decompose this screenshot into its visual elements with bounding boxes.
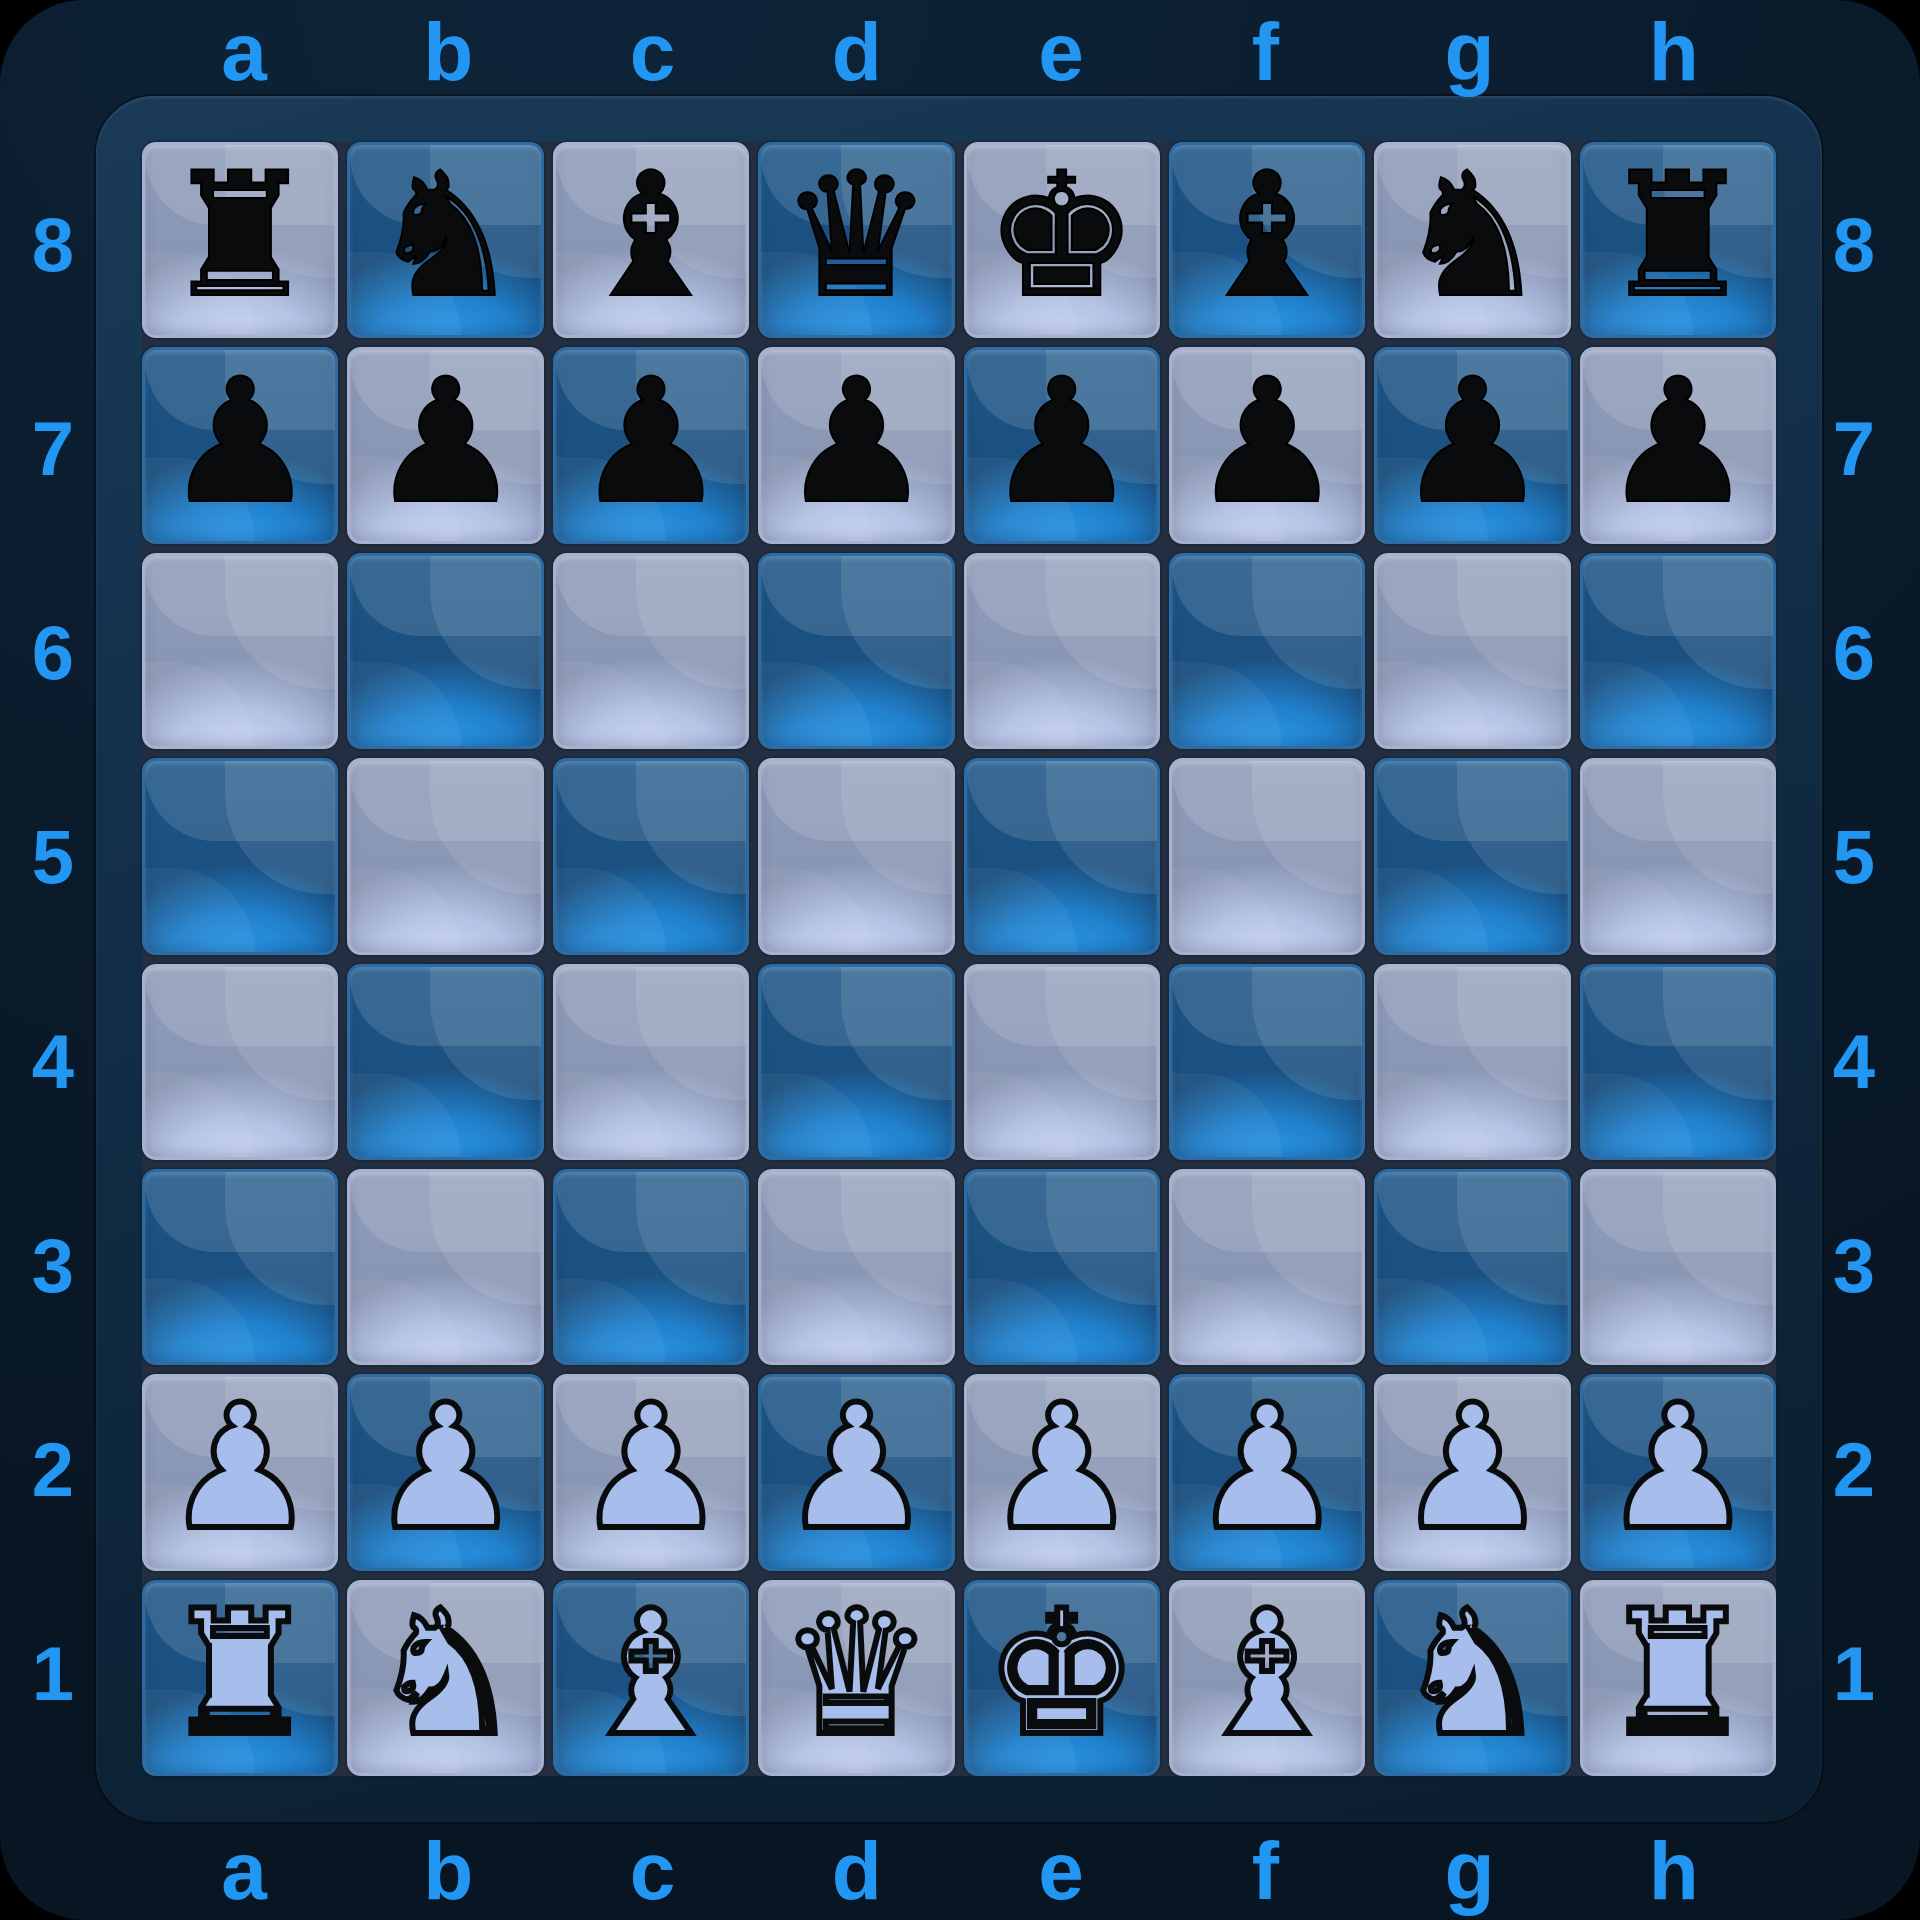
- black-pawn[interactable]: ♟: [985, 356, 1139, 528]
- square-gloss: [761, 761, 951, 841]
- square-h3[interactable]: [1580, 1169, 1776, 1365]
- square-gloss: [761, 1279, 871, 1363]
- square-gloss: [1377, 868, 1487, 952]
- square-d4[interactable]: [758, 964, 954, 1160]
- square-c6[interactable]: [553, 553, 749, 749]
- square-gloss: [1377, 761, 1567, 841]
- square-c8[interactable]: ♝: [553, 142, 749, 338]
- square-g1[interactable]: ♞: [1374, 1580, 1570, 1776]
- square-c5[interactable]: [553, 758, 749, 954]
- square-gloss: [1172, 662, 1282, 746]
- rank-label-5: 5: [1802, 755, 1906, 959]
- square-a1[interactable]: ♜: [142, 1580, 338, 1776]
- white-bishop[interactable]: ♝: [574, 1588, 728, 1760]
- file-label-b: b: [346, 1824, 550, 1918]
- file-label-c: c: [551, 0, 755, 104]
- black-rook[interactable]: ♜: [163, 150, 317, 322]
- square-gloss: [1377, 1073, 1487, 1157]
- square-d3[interactable]: [758, 1169, 954, 1365]
- square-gloss: [761, 967, 951, 1047]
- square-gloss: [636, 556, 746, 689]
- rank-label-5: 5: [0, 755, 106, 959]
- square-gloss: [1583, 556, 1773, 636]
- square-gloss: [841, 967, 951, 1100]
- square-b7[interactable]: ♟: [347, 347, 543, 543]
- square-d8[interactable]: ♛: [758, 142, 954, 338]
- square-b1[interactable]: ♞: [347, 1580, 543, 1776]
- square-g6[interactable]: [1374, 553, 1570, 749]
- square-gloss: [145, 761, 335, 841]
- square-gloss: [1377, 1172, 1567, 1252]
- square-gloss: [967, 1279, 1077, 1363]
- square-gloss: [1172, 1172, 1362, 1252]
- square-gloss: [1583, 967, 1773, 1047]
- square-gloss: [636, 967, 746, 1100]
- black-pawn[interactable]: ♟: [368, 356, 522, 528]
- square-gloss: [967, 761, 1157, 841]
- square-g7[interactable]: ♟: [1374, 347, 1570, 543]
- square-gloss: [1457, 556, 1567, 689]
- square-gloss: [1377, 556, 1567, 636]
- square-gloss: [556, 761, 746, 841]
- black-queen[interactable]: ♛: [779, 150, 933, 322]
- white-rook[interactable]: ♜: [163, 1588, 317, 1760]
- square-gloss: [1377, 1279, 1487, 1363]
- file-label-f: f: [1163, 0, 1367, 104]
- square-e1[interactable]: ♚: [964, 1580, 1160, 1776]
- file-label-h: h: [1572, 0, 1776, 104]
- square-d5[interactable]: [758, 758, 954, 954]
- square-e2[interactable]: ♟: [964, 1374, 1160, 1570]
- square-e7[interactable]: ♟: [964, 347, 1160, 543]
- square-gloss: [1583, 662, 1693, 746]
- white-knight[interactable]: ♞: [1395, 1588, 1549, 1760]
- square-a5[interactable]: [142, 758, 338, 954]
- white-pawn[interactable]: ♟: [1190, 1382, 1344, 1554]
- rank-labels-left: 87654321: [0, 142, 106, 1776]
- square-gloss: [556, 868, 666, 952]
- rank-label-2: 2: [0, 1368, 106, 1572]
- square-d6[interactable]: [758, 553, 954, 749]
- square-gloss: [145, 868, 255, 952]
- square-gloss: [145, 1073, 255, 1157]
- square-h2[interactable]: ♟: [1580, 1374, 1776, 1570]
- square-gloss: [556, 1073, 666, 1157]
- white-pawn[interactable]: ♟: [985, 1382, 1139, 1554]
- square-gloss: [1252, 1172, 1362, 1305]
- square-h1[interactable]: ♜: [1580, 1580, 1776, 1776]
- square-h5[interactable]: [1580, 758, 1776, 954]
- file-label-e: e: [959, 0, 1163, 104]
- square-gloss: [556, 662, 666, 746]
- square-f6[interactable]: [1169, 553, 1365, 749]
- square-gloss: [556, 1279, 666, 1363]
- square-gloss: [841, 1172, 951, 1305]
- square-gloss: [1046, 967, 1156, 1100]
- square-gloss: [1583, 1279, 1693, 1363]
- rank-label-7: 7: [1802, 346, 1906, 550]
- rank-label-3: 3: [0, 1163, 106, 1367]
- square-b8[interactable]: ♞: [347, 142, 543, 338]
- white-pawn[interactable]: ♟: [1395, 1382, 1549, 1554]
- square-gloss: [1663, 556, 1773, 689]
- square-c1[interactable]: ♝: [553, 1580, 749, 1776]
- white-pawn[interactable]: ♟: [574, 1382, 728, 1554]
- square-d7[interactable]: ♟: [758, 347, 954, 543]
- square-g2[interactable]: ♟: [1374, 1374, 1570, 1570]
- white-pawn[interactable]: ♟: [368, 1382, 522, 1554]
- square-gloss: [1583, 761, 1773, 841]
- white-king[interactable]: ♚: [985, 1588, 1139, 1760]
- black-bishop[interactable]: ♝: [1190, 150, 1344, 322]
- square-h7[interactable]: ♟: [1580, 347, 1776, 543]
- square-gloss: [350, 1279, 460, 1363]
- square-gloss: [1663, 761, 1773, 894]
- rank-label-4: 4: [0, 959, 106, 1163]
- black-knight[interactable]: ♞: [1395, 150, 1549, 322]
- square-b2[interactable]: ♟: [347, 1374, 543, 1570]
- square-gloss: [761, 1073, 871, 1157]
- square-gloss: [841, 556, 951, 689]
- square-gloss: [145, 1172, 335, 1252]
- square-gloss: [350, 1172, 540, 1252]
- square-gloss: [1583, 1172, 1773, 1252]
- square-gloss: [1377, 967, 1567, 1047]
- square-gloss: [145, 1279, 255, 1363]
- square-gloss: [1252, 556, 1362, 689]
- black-pawn[interactable]: ♟: [779, 356, 933, 528]
- rank-label-1: 1: [1802, 1572, 1906, 1776]
- square-gloss: [967, 556, 1157, 636]
- square-gloss: [1046, 556, 1156, 689]
- square-h6[interactable]: [1580, 553, 1776, 749]
- square-gloss: [1457, 967, 1567, 1100]
- square-g3[interactable]: [1374, 1169, 1570, 1365]
- chess-app: abcdefgh abcdefgh 87654321 87654321 ♜♞♝♛…: [0, 0, 1920, 1920]
- rank-label-3: 3: [1802, 1163, 1906, 1367]
- square-f4[interactable]: [1169, 964, 1365, 1160]
- black-bishop[interactable]: ♝: [574, 150, 728, 322]
- white-rook[interactable]: ♜: [1601, 1588, 1755, 1760]
- square-b5[interactable]: [347, 758, 543, 954]
- file-label-d: d: [755, 1824, 959, 1918]
- square-a8[interactable]: ♜: [142, 142, 338, 338]
- rank-labels-right: 87654321: [1802, 142, 1906, 1776]
- black-pawn[interactable]: ♟: [1601, 356, 1755, 528]
- white-knight[interactable]: ♞: [368, 1588, 522, 1760]
- black-pawn[interactable]: ♟: [574, 356, 728, 528]
- square-gloss: [1172, 967, 1362, 1047]
- file-label-a: a: [142, 0, 346, 104]
- black-pawn[interactable]: ♟: [1395, 356, 1549, 528]
- square-gloss: [967, 868, 1077, 952]
- black-pawn[interactable]: ♟: [163, 356, 317, 528]
- white-pawn[interactable]: ♟: [779, 1382, 933, 1554]
- square-gloss: [1172, 556, 1362, 636]
- rank-label-8: 8: [1802, 142, 1906, 346]
- chess-board: ♜♞♝♛♚♝♞♜♟♟♟♟♟♟♟♟♟♟♟♟♟♟♟♟♜♞♝♛♚♝♞♜: [142, 142, 1776, 1776]
- square-gloss: [636, 761, 746, 894]
- square-f2[interactable]: ♟: [1169, 1374, 1365, 1570]
- square-gloss: [1172, 868, 1282, 952]
- square-gloss: [1457, 1172, 1567, 1305]
- square-gloss: [350, 967, 540, 1047]
- square-gloss: [1172, 1279, 1282, 1363]
- square-gloss: [761, 662, 871, 746]
- square-gloss: [761, 1172, 951, 1252]
- square-gloss: [1377, 662, 1487, 746]
- square-gloss: [350, 1073, 460, 1157]
- white-queen[interactable]: ♛: [779, 1588, 933, 1760]
- file-label-h: h: [1572, 1824, 1776, 1918]
- rank-label-6: 6: [0, 551, 106, 755]
- square-gloss: [556, 1172, 746, 1252]
- square-gloss: [1172, 761, 1362, 841]
- square-gloss: [1583, 1073, 1693, 1157]
- rank-label-8: 8: [0, 142, 106, 346]
- black-rook[interactable]: ♜: [1601, 150, 1755, 322]
- square-gloss: [225, 1172, 335, 1305]
- square-c7[interactable]: ♟: [553, 347, 749, 543]
- square-gloss: [430, 1172, 540, 1305]
- file-labels-bottom: abcdefgh: [142, 1824, 1776, 1912]
- square-gloss: [1663, 1172, 1773, 1305]
- square-a2[interactable]: ♟: [142, 1374, 338, 1570]
- rank-label-1: 1: [0, 1572, 106, 1776]
- square-b3[interactable]: [347, 1169, 543, 1365]
- square-gloss: [225, 967, 335, 1100]
- square-e4[interactable]: [964, 964, 1160, 1160]
- black-pawn[interactable]: ♟: [1190, 356, 1344, 528]
- square-f3[interactable]: [1169, 1169, 1365, 1365]
- square-gloss: [556, 556, 746, 636]
- square-e3[interactable]: [964, 1169, 1160, 1365]
- square-g4[interactable]: [1374, 964, 1570, 1160]
- rank-label-6: 6: [1802, 551, 1906, 755]
- square-a7[interactable]: ♟: [142, 347, 338, 543]
- file-label-e: e: [959, 1824, 1163, 1918]
- square-b6[interactable]: [347, 553, 543, 749]
- square-f1[interactable]: ♝: [1169, 1580, 1365, 1776]
- file-label-g: g: [1368, 0, 1572, 104]
- rank-label-2: 2: [1802, 1368, 1906, 1572]
- square-gloss: [430, 967, 540, 1100]
- square-gloss: [350, 761, 540, 841]
- square-gloss: [761, 868, 871, 952]
- square-g5[interactable]: [1374, 758, 1570, 954]
- square-gloss: [145, 967, 335, 1047]
- file-label-b: b: [346, 0, 550, 104]
- square-gloss: [556, 967, 746, 1047]
- square-a4[interactable]: [142, 964, 338, 1160]
- white-bishop[interactable]: ♝: [1190, 1588, 1344, 1760]
- square-gloss: [350, 556, 540, 636]
- square-gloss: [1046, 1172, 1156, 1305]
- square-d1[interactable]: ♛: [758, 1580, 954, 1776]
- square-gloss: [841, 761, 951, 894]
- square-c3[interactable]: [553, 1169, 749, 1365]
- square-gloss: [761, 556, 951, 636]
- black-knight[interactable]: ♞: [368, 150, 522, 322]
- square-gloss: [145, 556, 335, 636]
- square-gloss: [967, 967, 1157, 1047]
- square-gloss: [350, 868, 460, 952]
- square-c4[interactable]: [553, 964, 749, 1160]
- square-gloss: [967, 1172, 1157, 1252]
- square-gloss: [636, 1172, 746, 1305]
- file-label-c: c: [551, 1824, 755, 1918]
- square-gloss: [225, 761, 335, 894]
- square-h8[interactable]: ♜: [1580, 142, 1776, 338]
- square-e8[interactable]: ♚: [964, 142, 1160, 338]
- square-f8[interactable]: ♝: [1169, 142, 1365, 338]
- square-gloss: [430, 761, 540, 894]
- square-gloss: [430, 556, 540, 689]
- square-d2[interactable]: ♟: [758, 1374, 954, 1570]
- white-pawn[interactable]: ♟: [163, 1382, 317, 1554]
- square-gloss: [1252, 761, 1362, 894]
- square-gloss: [1583, 868, 1693, 952]
- file-label-d: d: [755, 0, 959, 104]
- square-gloss: [225, 556, 335, 689]
- square-c2[interactable]: ♟: [553, 1374, 749, 1570]
- rank-label-7: 7: [0, 346, 106, 550]
- square-b4[interactable]: [347, 964, 543, 1160]
- file-label-g: g: [1368, 1824, 1572, 1918]
- square-f5[interactable]: [1169, 758, 1365, 954]
- square-gloss: [1046, 761, 1156, 894]
- square-gloss: [1663, 967, 1773, 1100]
- rank-label-4: 4: [1802, 959, 1906, 1163]
- square-a6[interactable]: [142, 553, 338, 749]
- square-gloss: [967, 1073, 1077, 1157]
- file-label-a: a: [142, 1824, 346, 1918]
- square-g8[interactable]: ♞: [1374, 142, 1570, 338]
- square-gloss: [350, 662, 460, 746]
- square-gloss: [1252, 967, 1362, 1100]
- black-king[interactable]: ♚: [985, 150, 1139, 322]
- square-e6[interactable]: [964, 553, 1160, 749]
- square-gloss: [967, 662, 1077, 746]
- square-gloss: [1172, 1073, 1282, 1157]
- square-a3[interactable]: [142, 1169, 338, 1365]
- white-pawn[interactable]: ♟: [1601, 1382, 1755, 1554]
- file-label-f: f: [1163, 1824, 1367, 1918]
- square-h4[interactable]: [1580, 964, 1776, 1160]
- square-e5[interactable]: [964, 758, 1160, 954]
- square-f7[interactable]: ♟: [1169, 347, 1365, 543]
- file-labels-top: abcdefgh: [142, 0, 1776, 104]
- square-gloss: [1457, 761, 1567, 894]
- square-gloss: [145, 662, 255, 746]
